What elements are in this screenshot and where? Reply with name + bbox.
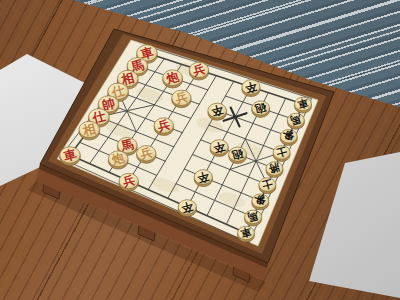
piece-black-cannon[interactable]: 砲: [229, 146, 247, 163]
piece-red-elephant[interactable]: 相: [79, 121, 100, 140]
piece-black-chariot[interactable]: 車: [295, 97, 312, 113]
piece-black-horse[interactable]: 馬: [287, 113, 304, 130]
piece-red-soldier[interactable]: 兵: [154, 117, 173, 136]
piece-red-cannon[interactable]: 炮: [108, 150, 128, 169]
xiangqi-board: 車馬兵炮相卒仕兵帥車砲卒仕馬兵相象馬卒士兵砲車炮將卒兵士象卒馬車: [0, 0, 400, 300]
piece-black-horse[interactable]: 馬: [245, 209, 262, 226]
piece-black-soldier[interactable]: 卒: [178, 199, 196, 217]
piece-black-chariot[interactable]: 車: [238, 226, 255, 242]
piece-red-cannon[interactable]: 炮: [163, 69, 183, 88]
piece-black-soldier[interactable]: 卒: [210, 139, 228, 157]
piece-black-advisor[interactable]: 士: [259, 177, 276, 193]
piece-black-cannon[interactable]: 砲: [252, 100, 270, 117]
render-viewport: 車馬兵炮相卒仕兵帥車砲卒仕馬兵相象馬卒士兵砲車炮將卒兵士象卒馬車: [0, 0, 400, 300]
piece-red-soldier[interactable]: 兵: [137, 145, 156, 164]
piece-red-chariot[interactable]: 車: [60, 146, 81, 165]
piece-black-advisor[interactable]: 士: [273, 145, 290, 161]
piece-black-soldier[interactable]: 卒: [194, 169, 212, 187]
piece-black-general[interactable]: 將: [266, 161, 283, 178]
piece-black-elephant[interactable]: 象: [280, 129, 297, 146]
piece-red-soldier[interactable]: 兵: [189, 61, 208, 80]
piece-red-soldier[interactable]: 兵: [119, 172, 138, 191]
piece-black-elephant[interactable]: 象: [252, 193, 269, 210]
piece-black-soldier[interactable]: 卒: [242, 79, 260, 97]
piece-red-soldier[interactable]: 兵: [172, 89, 191, 107]
